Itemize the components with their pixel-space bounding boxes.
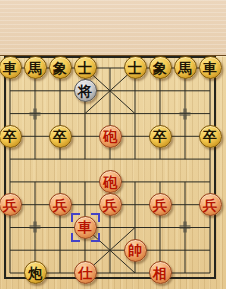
board-point[interactable]: 車 bbox=[0, 57, 23, 80]
piece-black-soldier[interactable]: 卒 bbox=[49, 125, 72, 148]
piece-glyph: 馬 bbox=[178, 61, 192, 75]
board-point[interactable]: 仕 bbox=[73, 261, 98, 284]
corner-mark bbox=[36, 108, 41, 113]
board-point[interactable]: 馬 bbox=[23, 57, 48, 80]
board-point[interactable]: 炮 bbox=[23, 261, 48, 284]
piece-glyph: 象 bbox=[153, 61, 167, 75]
piece-glyph: 仕 bbox=[78, 266, 92, 280]
piece-black-elephant[interactable]: 象 bbox=[149, 56, 172, 79]
corner-mark bbox=[36, 228, 41, 233]
piece-black-advisor[interactable]: 士 bbox=[74, 56, 97, 79]
piece-glyph: 兵 bbox=[153, 198, 167, 212]
piece-red-soldier[interactable]: 兵 bbox=[0, 193, 22, 216]
board-point[interactable] bbox=[23, 216, 48, 239]
corner-mark bbox=[30, 114, 35, 119]
piece-black-soldier[interactable]: 卒 bbox=[149, 125, 172, 148]
piece-glyph: 兵 bbox=[203, 198, 217, 212]
piece-glyph: 帥 bbox=[128, 243, 142, 257]
piece-black-general[interactable]: 将 bbox=[74, 79, 97, 102]
board-point[interactable]: 兵 bbox=[98, 193, 123, 216]
board-point[interactable]: 象 bbox=[148, 57, 173, 80]
piece-glyph: 卒 bbox=[153, 129, 167, 143]
piece-black-cannon[interactable]: 炮 bbox=[24, 261, 47, 284]
corner-mark bbox=[186, 222, 191, 227]
piece-glyph: 砲 bbox=[103, 175, 117, 189]
piece-red-soldier[interactable]: 兵 bbox=[199, 193, 222, 216]
position-marker-icon bbox=[180, 108, 191, 119]
piece-glyph: 士 bbox=[128, 61, 142, 75]
board-point[interactable]: 象 bbox=[48, 57, 73, 80]
piece-black-soldier[interactable]: 卒 bbox=[199, 125, 222, 148]
board-point[interactable]: 砲 bbox=[98, 170, 123, 193]
corner-mark bbox=[180, 222, 185, 227]
piece-glyph: 卒 bbox=[53, 129, 67, 143]
board-point[interactable]: 将 bbox=[73, 79, 98, 102]
corner-mark bbox=[30, 228, 35, 233]
corner-mark bbox=[180, 114, 185, 119]
piece-glyph: 士 bbox=[78, 61, 92, 75]
position-marker-icon bbox=[30, 108, 41, 119]
piece-red-chariot[interactable]: 車 bbox=[74, 216, 97, 239]
board-point[interactable]: 馬 bbox=[173, 57, 198, 80]
board-point[interactable]: 兵 bbox=[198, 193, 223, 216]
piece-glyph: 砲 bbox=[103, 129, 117, 143]
corner-mark bbox=[180, 108, 185, 113]
board-point[interactable]: 帥 bbox=[123, 239, 148, 262]
board-point[interactable]: 車 bbox=[198, 57, 223, 80]
corner-mark bbox=[186, 108, 191, 113]
piece-black-horse[interactable]: 馬 bbox=[174, 56, 197, 79]
piece-red-general[interactable]: 帥 bbox=[124, 239, 147, 262]
corner-mark bbox=[36, 114, 41, 119]
piece-glyph: 象 bbox=[53, 61, 67, 75]
corner-mark bbox=[36, 222, 41, 227]
piece-glyph: 炮 bbox=[28, 266, 42, 280]
board-point[interactable]: 卒 bbox=[0, 125, 23, 148]
board-grid[interactable]: 車馬象士士象馬車将卒卒砲卒卒砲兵兵兵兵兵車帥炮仕相 bbox=[0, 57, 223, 285]
board-point[interactable]: 士 bbox=[73, 57, 98, 80]
board-point[interactable]: 兵 bbox=[48, 193, 73, 216]
piece-black-chariot[interactable]: 車 bbox=[0, 56, 22, 79]
piece-black-chariot[interactable]: 車 bbox=[199, 56, 222, 79]
piece-black-soldier[interactable]: 卒 bbox=[0, 125, 22, 148]
board-point[interactable]: 卒 bbox=[48, 125, 73, 148]
board-point[interactable]: 兵 bbox=[148, 193, 173, 216]
board-point[interactable] bbox=[173, 216, 198, 239]
piece-glyph: 車 bbox=[203, 61, 217, 75]
board-point[interactable]: 兵 bbox=[0, 193, 23, 216]
position-marker-icon bbox=[180, 222, 191, 233]
piece-glyph: 兵 bbox=[103, 198, 117, 212]
corner-mark bbox=[180, 228, 185, 233]
piece-glyph: 車 bbox=[3, 61, 17, 75]
background-header bbox=[0, 0, 226, 55]
piece-glyph: 車 bbox=[78, 220, 92, 234]
piece-red-soldier[interactable]: 兵 bbox=[149, 193, 172, 216]
corner-mark bbox=[186, 114, 191, 119]
piece-glyph: 兵 bbox=[53, 198, 67, 212]
piece-glyph: 相 bbox=[153, 266, 167, 280]
piece-red-soldier[interactable]: 兵 bbox=[99, 193, 122, 216]
piece-glyph: 卒 bbox=[3, 129, 17, 143]
piece-glyph: 兵 bbox=[3, 198, 17, 212]
board-point[interactable]: 士 bbox=[123, 57, 148, 80]
board-point[interactable]: 相 bbox=[148, 261, 173, 284]
piece-glyph: 卒 bbox=[203, 129, 217, 143]
board-point[interactable]: 砲 bbox=[98, 125, 123, 148]
corner-mark bbox=[30, 222, 35, 227]
board-point[interactable]: 卒 bbox=[148, 125, 173, 148]
piece-red-cannon[interactable]: 砲 bbox=[99, 125, 122, 148]
xiangqi-game-screen: 車馬象士士象馬車将卒卒砲卒卒砲兵兵兵兵兵車帥炮仕相 bbox=[0, 0, 226, 289]
piece-red-soldier[interactable]: 兵 bbox=[49, 193, 72, 216]
piece-red-cannon[interactable]: 砲 bbox=[99, 170, 122, 193]
piece-black-horse[interactable]: 馬 bbox=[24, 56, 47, 79]
board-point[interactable]: 車 bbox=[73, 216, 98, 239]
piece-red-advisor[interactable]: 仕 bbox=[74, 261, 97, 284]
piece-black-elephant[interactable]: 象 bbox=[49, 56, 72, 79]
position-marker-icon bbox=[30, 222, 41, 233]
board-point[interactable]: 卒 bbox=[198, 125, 223, 148]
corner-mark bbox=[186, 228, 191, 233]
piece-glyph: 将 bbox=[78, 84, 92, 98]
piece-black-advisor[interactable]: 士 bbox=[124, 56, 147, 79]
corner-mark bbox=[30, 108, 35, 113]
board-point[interactable] bbox=[23, 102, 48, 125]
board-point[interactable] bbox=[173, 102, 198, 125]
piece-glyph: 馬 bbox=[28, 61, 42, 75]
piece-red-elephant[interactable]: 相 bbox=[149, 261, 172, 284]
